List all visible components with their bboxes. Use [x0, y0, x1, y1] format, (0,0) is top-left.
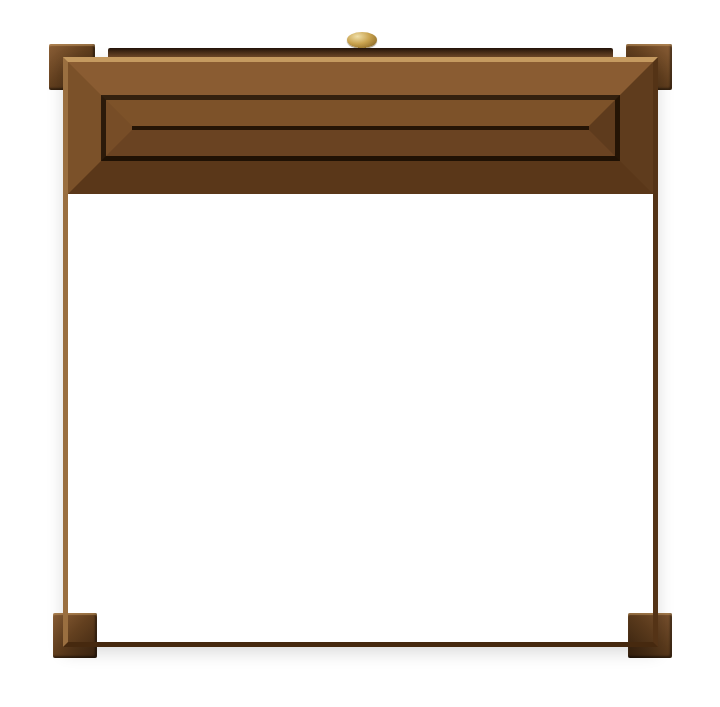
board-frame	[63, 57, 658, 647]
chessboard-product-photo	[0, 0, 720, 707]
frame-groove	[101, 95, 620, 161]
knob-cap	[347, 32, 377, 48]
field-outline	[132, 126, 589, 130]
inner-border	[106, 100, 615, 156]
outer-molding-highlight	[63, 57, 658, 647]
outer-molding	[68, 62, 653, 194]
